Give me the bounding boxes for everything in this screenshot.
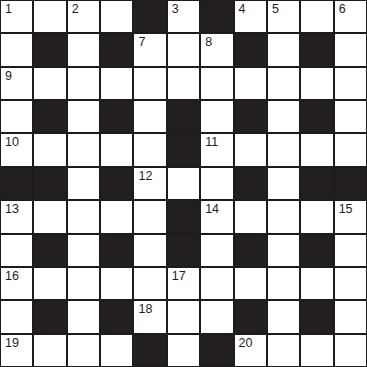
cell-r5c8[interactable] [268,168,299,199]
cell-r8c4[interactable] [134,268,165,299]
cell-r0c2[interactable]: 2 [68,1,99,32]
clue-number-3: 3 [172,2,179,16]
cell-r0c10[interactable]: 6 [335,1,366,32]
block-r9c1 [34,301,65,332]
cell-r2c5[interactable] [168,68,199,99]
cell-r7c6[interactable] [201,235,232,266]
cell-r10c9[interactable] [301,335,332,366]
clue-number-18: 18 [138,302,152,316]
cell-r9c6[interactable] [201,301,232,332]
cell-r3c8[interactable] [268,101,299,132]
cell-r8c8[interactable] [268,268,299,299]
block-r1c9 [301,34,332,65]
block-r1c7 [235,34,266,65]
cell-r8c1[interactable] [34,268,65,299]
cell-r7c2[interactable] [68,235,99,266]
cell-r3c6[interactable] [201,101,232,132]
block-r10c6 [201,335,232,366]
block-r3c1 [34,101,65,132]
cell-r3c10[interactable] [335,101,366,132]
clue-number-16: 16 [5,269,19,283]
cell-r2c10[interactable] [335,68,366,99]
cell-r3c4[interactable] [134,101,165,132]
clue-number-11: 11 [205,135,218,149]
cell-r7c0[interactable] [1,235,32,266]
block-r3c5 [168,101,199,132]
cell-r1c10[interactable] [335,34,366,65]
cell-r3c0[interactable] [1,101,32,132]
cell-r8c0[interactable]: 16 [1,268,32,299]
cell-r0c5[interactable]: 3 [168,1,199,32]
cell-r2c9[interactable] [301,68,332,99]
cell-r6c8[interactable] [268,201,299,232]
cell-r1c6[interactable]: 8 [201,34,232,65]
cell-r7c10[interactable] [335,235,366,266]
block-r7c1 [34,235,65,266]
clue-number-12: 12 [138,169,152,183]
clue-number-17: 17 [172,269,186,283]
cell-r1c5[interactable] [168,34,199,65]
cell-r1c2[interactable] [68,34,99,65]
block-r1c3 [101,34,132,65]
cell-r2c4[interactable] [134,68,165,99]
cell-r10c8[interactable] [268,335,299,366]
block-r5c10 [335,168,366,199]
clue-number-6: 6 [339,2,346,16]
cell-r10c5[interactable] [168,335,199,366]
cell-r6c6[interactable]: 14 [201,201,232,232]
block-r1c1 [34,34,65,65]
cell-r9c10[interactable] [335,301,366,332]
cell-r0c0[interactable]: 1 [1,1,32,32]
block-r9c7 [235,301,266,332]
cell-r5c5[interactable] [168,168,199,199]
cell-r4c3[interactable] [101,134,132,165]
clue-number-2: 2 [72,2,79,16]
block-r3c3 [101,101,132,132]
block-r3c9 [301,101,332,132]
cell-r4c1[interactable] [34,134,65,165]
cell-r10c2[interactable] [68,335,99,366]
clue-number-8: 8 [205,35,212,49]
cell-r2c2[interactable] [68,68,99,99]
cell-r5c2[interactable] [68,168,99,199]
cell-r4c7[interactable] [235,134,266,165]
block-r5c9 [301,168,332,199]
cell-r9c0[interactable] [1,301,32,332]
cell-r6c7[interactable] [235,201,266,232]
crossword-grid: 1234567891011121314151617181920 [0,0,367,367]
block-r6c5 [168,201,199,232]
clue-number-14: 14 [205,202,219,216]
cell-r4c8[interactable] [268,134,299,165]
cell-r0c7[interactable]: 4 [235,1,266,32]
cell-r6c1[interactable] [34,201,65,232]
cell-r7c4[interactable] [134,235,165,266]
cell-r8c5[interactable]: 17 [168,268,199,299]
clue-number-4: 4 [239,2,246,16]
cell-r6c2[interactable] [68,201,99,232]
clue-number-19: 19 [5,336,19,350]
cell-r10c3[interactable] [101,335,132,366]
block-r5c3 [101,168,132,199]
cell-r6c4[interactable] [134,201,165,232]
clue-number-5: 5 [272,2,279,16]
cell-r9c8[interactable] [268,301,299,332]
clue-number-7: 7 [138,35,145,49]
cell-r8c6[interactable] [201,268,232,299]
cell-r3c2[interactable] [68,101,99,132]
block-r9c9 [301,301,332,332]
block-r3c7 [235,101,266,132]
cell-r8c9[interactable] [301,268,332,299]
clue-number-13: 13 [5,202,19,216]
cell-r6c9[interactable] [301,201,332,232]
cell-r1c8[interactable] [268,34,299,65]
cell-r1c0[interactable] [1,34,32,65]
cell-r10c0[interactable]: 19 [1,335,32,366]
cell-r10c10[interactable] [335,335,366,366]
clue-number-9: 9 [5,69,12,83]
cell-r4c2[interactable] [68,134,99,165]
cell-r8c3[interactable] [101,268,132,299]
cell-r9c2[interactable] [68,301,99,332]
cell-r4c4[interactable] [134,134,165,165]
block-r5c1 [34,168,65,199]
block-r7c3 [101,235,132,266]
block-r0c4 [134,1,165,32]
cell-r10c7[interactable]: 20 [235,335,266,366]
clue-number-20: 20 [239,336,253,350]
block-r5c7 [235,168,266,199]
cell-r5c6[interactable] [201,168,232,199]
cell-r0c9[interactable] [301,1,332,32]
cell-r2c0[interactable]: 9 [1,68,32,99]
cell-r2c7[interactable] [235,68,266,99]
block-r5c0 [1,168,32,199]
cell-r4c0[interactable]: 10 [1,134,32,165]
cell-r0c1[interactable] [34,1,65,32]
cell-r10c1[interactable] [34,335,65,366]
cell-r2c8[interactable] [268,68,299,99]
cell-r0c3[interactable] [101,1,132,32]
clue-number-1: 1 [5,2,12,16]
cell-r6c10[interactable]: 15 [335,201,366,232]
cell-r8c7[interactable] [235,268,266,299]
block-r7c5 [168,235,199,266]
cell-r2c6[interactable] [201,68,232,99]
block-r7c7 [235,235,266,266]
block-r9c3 [101,301,132,332]
cell-r4c10[interactable] [335,134,366,165]
cell-r7c8[interactable] [268,235,299,266]
clue-number-15: 15 [339,202,353,216]
cell-r9c4[interactable]: 18 [134,301,165,332]
cell-r4c6[interactable]: 11 [201,134,232,165]
clue-number-10: 10 [5,135,19,149]
block-r0c6 [201,1,232,32]
cell-r1c4[interactable]: 7 [134,34,165,65]
cell-r0c8[interactable]: 5 [268,1,299,32]
cell-r9c5[interactable] [168,301,199,332]
cell-r5c4[interactable]: 12 [134,168,165,199]
cell-r8c10[interactable] [335,268,366,299]
block-r4c5 [168,134,199,165]
block-r7c9 [301,235,332,266]
cell-r6c3[interactable] [101,201,132,232]
cell-r2c3[interactable] [101,68,132,99]
cell-r4c9[interactable] [301,134,332,165]
cell-r2c1[interactable] [34,68,65,99]
cell-r8c2[interactable] [68,268,99,299]
block-r10c4 [134,335,165,366]
cell-r6c0[interactable]: 13 [1,201,32,232]
